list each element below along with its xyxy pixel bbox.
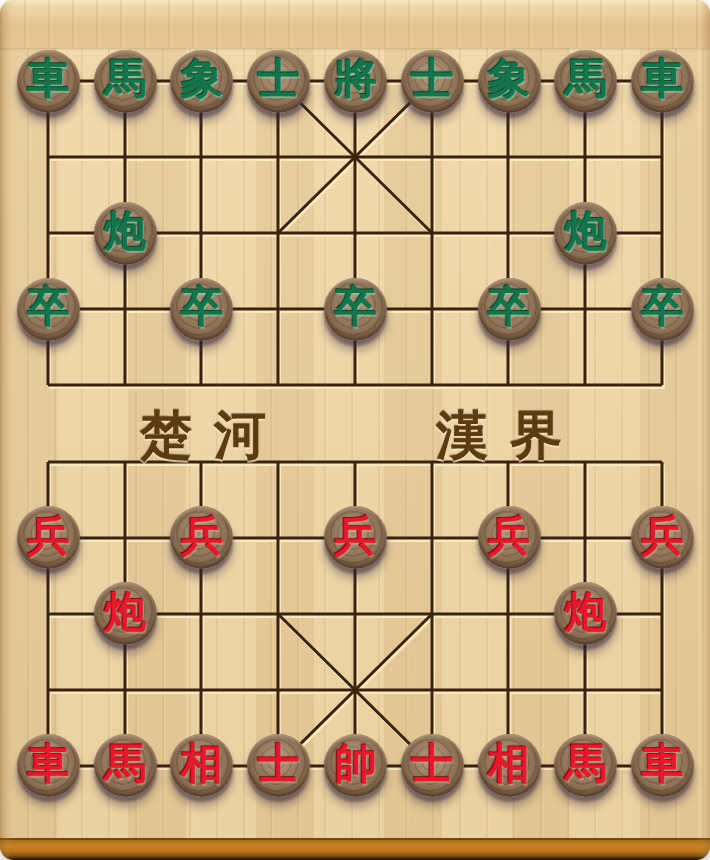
piece-red-cannon[interactable]: 炮 xyxy=(94,582,157,645)
piece-glyph: 炮 xyxy=(565,591,607,633)
piece-red-cannon[interactable]: 炮 xyxy=(554,582,617,645)
piece-green-soldier[interactable]: 卒 xyxy=(478,278,541,341)
piece-red-general[interactable]: 帥 xyxy=(324,734,387,797)
piece-grid: 車馬象士將士象馬車炮炮卒卒卒卒卒兵兵兵兵兵炮炮車馬相士帥士相馬車 xyxy=(10,43,701,804)
piece-green-general[interactable]: 將 xyxy=(324,50,387,113)
piece-green-soldier[interactable]: 卒 xyxy=(631,278,694,341)
piece-glyph: 卒 xyxy=(27,286,69,328)
piece-glyph: 將 xyxy=(334,58,376,100)
piece-red-soldier[interactable]: 兵 xyxy=(17,506,80,569)
piece-glyph: 兵 xyxy=(334,515,376,557)
xiangqi-board[interactable]: 楚河 漢界 車馬象士將士象馬車炮炮卒卒卒卒卒兵兵兵兵兵炮炮車馬相士帥士相馬車 xyxy=(0,0,710,860)
piece-red-chariot[interactable]: 車 xyxy=(631,734,694,797)
piece-glyph: 炮 xyxy=(565,210,607,252)
piece-glyph: 士 xyxy=(258,743,300,785)
piece-red-horse[interactable]: 馬 xyxy=(94,734,157,797)
piece-glyph: 相 xyxy=(181,743,223,785)
piece-glyph: 馬 xyxy=(104,743,146,785)
piece-glyph: 象 xyxy=(488,58,530,100)
piece-red-elephant[interactable]: 相 xyxy=(170,734,233,797)
piece-glyph: 卒 xyxy=(181,286,223,328)
piece-glyph: 兵 xyxy=(27,515,69,557)
piece-glyph: 車 xyxy=(642,743,684,785)
piece-glyph: 士 xyxy=(411,58,453,100)
piece-red-soldier[interactable]: 兵 xyxy=(324,506,387,569)
piece-green-chariot[interactable]: 車 xyxy=(631,50,694,113)
piece-green-soldier[interactable]: 卒 xyxy=(17,278,80,341)
piece-glyph: 卒 xyxy=(334,286,376,328)
piece-green-elephant[interactable]: 象 xyxy=(170,50,233,113)
piece-red-advisor[interactable]: 士 xyxy=(247,734,310,797)
piece-glyph: 車 xyxy=(642,58,684,100)
piece-glyph: 相 xyxy=(488,743,530,785)
piece-green-chariot[interactable]: 車 xyxy=(17,50,80,113)
piece-glyph: 炮 xyxy=(104,210,146,252)
piece-glyph: 兵 xyxy=(181,515,223,557)
piece-red-chariot[interactable]: 車 xyxy=(17,734,80,797)
piece-glyph: 車 xyxy=(27,743,69,785)
piece-green-elephant[interactable]: 象 xyxy=(478,50,541,113)
piece-green-soldier[interactable]: 卒 xyxy=(324,278,387,341)
piece-glyph: 卒 xyxy=(642,286,684,328)
piece-green-advisor[interactable]: 士 xyxy=(401,50,464,113)
board-top-edge xyxy=(0,0,710,48)
piece-glyph: 車 xyxy=(27,58,69,100)
piece-glyph: 馬 xyxy=(104,58,146,100)
piece-green-advisor[interactable]: 士 xyxy=(247,50,310,113)
piece-glyph: 馬 xyxy=(565,58,607,100)
piece-red-soldier[interactable]: 兵 xyxy=(631,506,694,569)
piece-glyph: 帥 xyxy=(334,743,376,785)
piece-glyph: 卒 xyxy=(488,286,530,328)
piece-glyph: 象 xyxy=(181,58,223,100)
piece-glyph: 兵 xyxy=(642,515,684,557)
piece-red-elephant[interactable]: 相 xyxy=(478,734,541,797)
piece-green-cannon[interactable]: 炮 xyxy=(94,202,157,265)
board-bottom-edge xyxy=(0,838,710,860)
piece-glyph: 馬 xyxy=(565,743,607,785)
piece-green-horse[interactable]: 馬 xyxy=(554,50,617,113)
piece-glyph: 士 xyxy=(258,58,300,100)
piece-green-cannon[interactable]: 炮 xyxy=(554,202,617,265)
piece-glyph: 炮 xyxy=(104,591,146,633)
piece-red-horse[interactable]: 馬 xyxy=(554,734,617,797)
piece-red-soldier[interactable]: 兵 xyxy=(478,506,541,569)
piece-glyph: 士 xyxy=(411,743,453,785)
piece-red-soldier[interactable]: 兵 xyxy=(170,506,233,569)
piece-green-horse[interactable]: 馬 xyxy=(94,50,157,113)
piece-glyph: 兵 xyxy=(488,515,530,557)
piece-red-advisor[interactable]: 士 xyxy=(401,734,464,797)
piece-green-soldier[interactable]: 卒 xyxy=(170,278,233,341)
xiangqi-app: 楚河 漢界 車馬象士將士象馬車炮炮卒卒卒卒卒兵兵兵兵兵炮炮車馬相士帥士相馬車 xyxy=(0,0,710,860)
